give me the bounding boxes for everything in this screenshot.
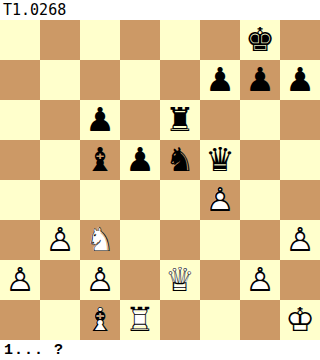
square-f8[interactable] (200, 20, 240, 60)
square-f1[interactable] (200, 300, 240, 340)
square-g5[interactable] (240, 140, 280, 180)
square-f3[interactable] (200, 220, 240, 260)
piece-glyph: ♔ (285, 300, 315, 340)
piece-glyph: ♙ (205, 180, 235, 220)
piece-white-pawn: ♟♙ (280, 220, 320, 260)
square-b6[interactable] (40, 100, 80, 140)
piece-glyph: ♜ (165, 100, 195, 140)
piece-glyph: ♖ (125, 300, 155, 340)
square-f5[interactable]: ♛ (200, 140, 240, 180)
square-g2[interactable]: ♟♙ (240, 260, 280, 300)
square-e3[interactable] (160, 220, 200, 260)
square-a7[interactable] (0, 60, 40, 100)
square-g6[interactable] (240, 100, 280, 140)
square-c4[interactable] (80, 180, 120, 220)
square-h3[interactable]: ♟♙ (280, 220, 320, 260)
square-d3[interactable] (120, 220, 160, 260)
square-d1[interactable]: ♜♖ (120, 300, 160, 340)
square-d6[interactable] (120, 100, 160, 140)
piece-white-pawn: ♟♙ (80, 260, 120, 300)
square-a8[interactable] (0, 20, 40, 60)
square-e8[interactable] (160, 20, 200, 60)
square-c1[interactable]: ♝♗ (80, 300, 120, 340)
piece-black-pawn: ♟ (200, 60, 240, 100)
square-e4[interactable] (160, 180, 200, 220)
square-h8[interactable] (280, 20, 320, 60)
square-e6[interactable]: ♜ (160, 100, 200, 140)
piece-glyph: ♞ (165, 140, 195, 180)
chess-board: ♚♟♟♟♟♜♝♟♞♛♟♙♟♙♞♘♟♙♟♙♟♙♛♕♟♙♝♗♜♖♚♔ (0, 20, 320, 340)
piece-white-pawn: ♟♙ (200, 180, 240, 220)
square-h7[interactable]: ♟ (280, 60, 320, 100)
square-d5[interactable]: ♟ (120, 140, 160, 180)
square-d4[interactable] (120, 180, 160, 220)
square-f7[interactable]: ♟ (200, 60, 240, 100)
square-e7[interactable] (160, 60, 200, 100)
piece-black-pawn: ♟ (120, 140, 160, 180)
piece-white-knight: ♞♘ (80, 220, 120, 260)
piece-glyph: ♙ (45, 220, 75, 260)
piece-glyph: ♙ (285, 220, 315, 260)
square-a1[interactable] (0, 300, 40, 340)
square-e5[interactable]: ♞ (160, 140, 200, 180)
piece-white-rook: ♜♖ (120, 300, 160, 340)
square-b3[interactable]: ♟♙ (40, 220, 80, 260)
square-c5[interactable]: ♝ (80, 140, 120, 180)
move-prompt: 1... ? (0, 340, 320, 360)
piece-glyph: ♟ (125, 140, 155, 180)
piece-glyph: ♟ (285, 60, 315, 100)
square-g7[interactable]: ♟ (240, 60, 280, 100)
piece-black-knight: ♞ (160, 140, 200, 180)
square-b4[interactable] (40, 180, 80, 220)
piece-black-pawn: ♟ (80, 100, 120, 140)
square-b1[interactable] (40, 300, 80, 340)
piece-glyph: ♙ (85, 260, 115, 300)
square-c7[interactable] (80, 60, 120, 100)
square-g1[interactable] (240, 300, 280, 340)
piece-black-rook: ♜ (160, 100, 200, 140)
square-a2[interactable]: ♟♙ (0, 260, 40, 300)
square-h1[interactable]: ♚♔ (280, 300, 320, 340)
square-c3[interactable]: ♞♘ (80, 220, 120, 260)
square-a5[interactable] (0, 140, 40, 180)
square-a3[interactable] (0, 220, 40, 260)
piece-glyph: ♙ (5, 260, 35, 300)
square-g8[interactable]: ♚ (240, 20, 280, 60)
square-g4[interactable] (240, 180, 280, 220)
piece-white-bishop: ♝♗ (80, 300, 120, 340)
piece-glyph: ♚ (245, 20, 275, 60)
square-c6[interactable]: ♟ (80, 100, 120, 140)
chess-diagram-page: T1.0268 ♚♟♟♟♟♜♝♟♞♛♟♙♟♙♞♘♟♙♟♙♟♙♛♕♟♙♝♗♜♖♚♔… (0, 0, 320, 360)
square-b2[interactable] (40, 260, 80, 300)
square-a6[interactable] (0, 100, 40, 140)
piece-glyph: ♛ (205, 140, 235, 180)
square-b7[interactable] (40, 60, 80, 100)
square-h6[interactable] (280, 100, 320, 140)
square-a4[interactable] (0, 180, 40, 220)
piece-white-queen: ♛♕ (160, 260, 200, 300)
piece-glyph: ♟ (245, 60, 275, 100)
square-e2[interactable]: ♛♕ (160, 260, 200, 300)
piece-white-pawn: ♟♙ (0, 260, 40, 300)
piece-white-pawn: ♟♙ (240, 260, 280, 300)
piece-black-bishop: ♝ (80, 140, 120, 180)
square-d7[interactable] (120, 60, 160, 100)
diagram-title: T1.0268 (0, 0, 320, 20)
piece-glyph: ♙ (245, 260, 275, 300)
piece-black-king: ♚ (240, 20, 280, 60)
piece-black-queen: ♛ (200, 140, 240, 180)
square-f6[interactable] (200, 100, 240, 140)
piece-black-pawn: ♟ (240, 60, 280, 100)
piece-glyph: ♝ (85, 140, 115, 180)
square-g3[interactable] (240, 220, 280, 260)
square-b5[interactable] (40, 140, 80, 180)
square-h2[interactable] (280, 260, 320, 300)
piece-glyph: ♘ (85, 220, 115, 260)
square-b8[interactable] (40, 20, 80, 60)
square-h5[interactable] (280, 140, 320, 180)
piece-glyph: ♕ (165, 260, 195, 300)
piece-white-king: ♚♔ (280, 300, 320, 340)
square-d2[interactable] (120, 260, 160, 300)
square-d8[interactable] (120, 20, 160, 60)
piece-white-pawn: ♟♙ (40, 220, 80, 260)
square-e1[interactable] (160, 300, 200, 340)
piece-black-pawn: ♟ (280, 60, 320, 100)
square-f2[interactable] (200, 260, 240, 300)
square-f4[interactable]: ♟♙ (200, 180, 240, 220)
square-h4[interactable] (280, 180, 320, 220)
piece-glyph: ♟ (205, 60, 235, 100)
square-c8[interactable] (80, 20, 120, 60)
square-c2[interactable]: ♟♙ (80, 260, 120, 300)
piece-glyph: ♗ (85, 300, 115, 340)
piece-glyph: ♟ (85, 100, 115, 140)
